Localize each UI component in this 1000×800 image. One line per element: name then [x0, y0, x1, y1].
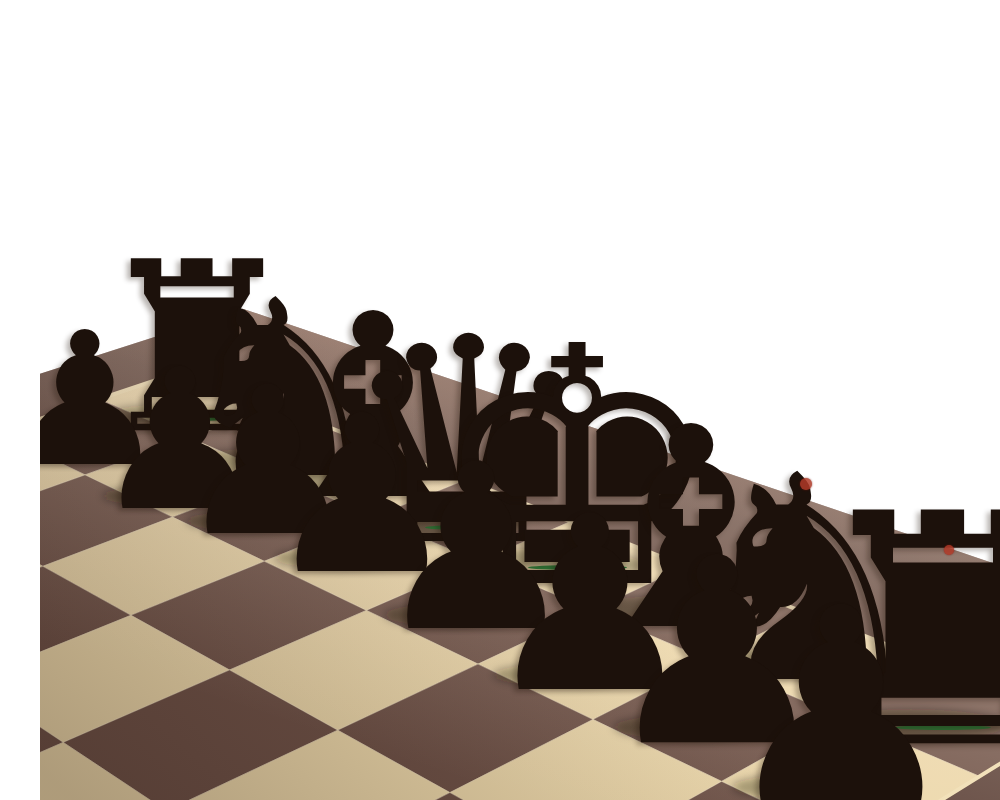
- chess-set-photo: ♜♟♞♝♟♟♛♟♚♝♟♞♟♜♟♟ Black ebonised Staunton…: [40, 16, 1000, 800]
- black-pawn-h7: ♟: [705, 572, 977, 800]
- red-crown-stamp-h8-rook-top: [944, 545, 954, 555]
- red-crown-stamp-g8-knight-forehead: [800, 478, 812, 490]
